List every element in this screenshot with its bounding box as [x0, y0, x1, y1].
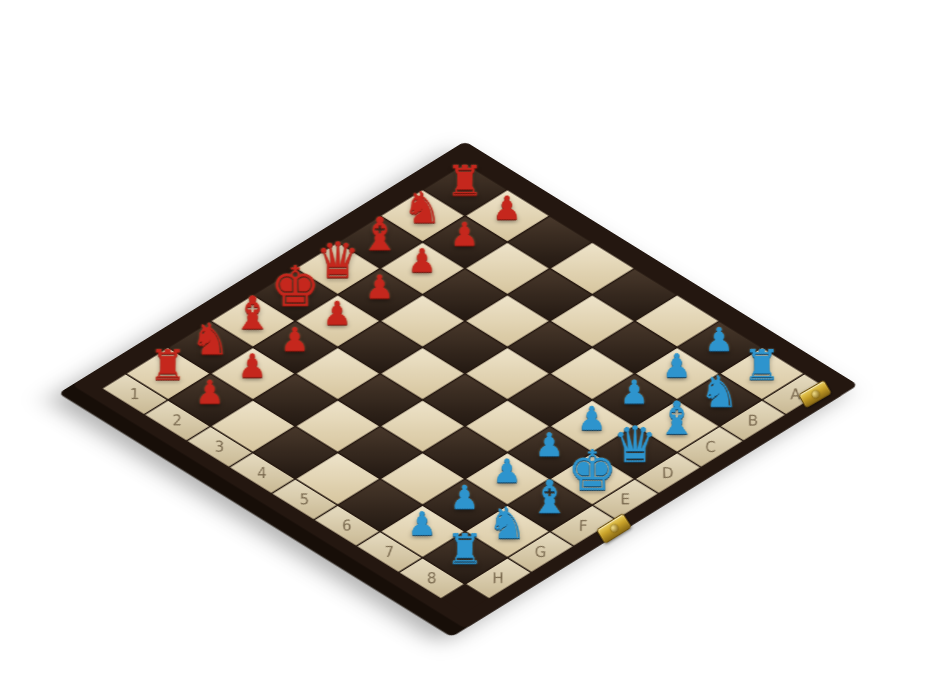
file-label: F	[579, 517, 588, 535]
rank-label: 3	[215, 438, 225, 456]
rank-label: 1	[130, 385, 140, 403]
piece-red-pawn[interactable]: ♟	[238, 349, 268, 382]
piece-red-knight[interactable]: ♞	[403, 186, 442, 230]
piece-blue-rook[interactable]: ♜	[743, 345, 781, 387]
piece-blue-pawn[interactable]: ♟	[662, 349, 692, 382]
piece-blue-pawn[interactable]: ♟	[705, 323, 735, 356]
product-photo-stage: ♜♟♟♜A♞♟♟♞B♝♟♟♝C♛♟♟♛D♚♟♟♚E♝♟♟♝F♞♟♟♞G♜♟♟♜H…	[0, 0, 930, 698]
piece-red-knight[interactable]: ♞	[191, 317, 230, 361]
rank-label: 2	[172, 412, 182, 430]
piece-blue-pawn[interactable]: ♟	[577, 402, 607, 435]
rank-label: 4	[257, 464, 267, 482]
piece-blue-knight[interactable]: ♞	[488, 501, 527, 545]
piece-blue-rook[interactable]: ♜	[446, 529, 484, 571]
file-label: E	[621, 490, 630, 508]
piece-red-bishop[interactable]: ♝	[232, 290, 273, 336]
piece-red-pawn[interactable]: ♟	[493, 191, 523, 224]
rank-label: 7	[385, 543, 395, 561]
piece-blue-pawn[interactable]: ♟	[535, 428, 565, 461]
piece-red-queen[interactable]: ♛	[315, 235, 360, 285]
chess-board: ♜♟♟♜A♞♟♟♞B♝♟♟♝C♛♟♟♛D♚♟♟♚E♝♟♟♝F♞♟♟♞G♜♟♟♜H…	[72, 141, 858, 629]
piece-blue-pawn[interactable]: ♟	[408, 507, 438, 540]
piece-blue-pawn[interactable]: ♟	[450, 481, 480, 514]
file-label: D	[662, 464, 674, 482]
piece-blue-bishop[interactable]: ♝	[657, 395, 698, 441]
piece-red-pawn[interactable]: ♟	[365, 270, 395, 303]
file-label: H	[493, 569, 504, 587]
rank-label: 8	[427, 569, 437, 587]
piece-red-bishop[interactable]: ♝	[360, 211, 401, 257]
piece-red-pawn[interactable]: ♟	[408, 244, 438, 277]
piece-blue-pawn[interactable]: ♟	[620, 375, 650, 408]
piece-blue-king[interactable]: ♚	[567, 443, 617, 499]
file-label: B	[748, 412, 758, 430]
piece-red-rook[interactable]: ♜	[149, 345, 187, 387]
rank-label: 6	[342, 517, 352, 535]
piece-red-pawn[interactable]: ♟	[280, 323, 310, 356]
piece-red-king[interactable]: ♚	[270, 259, 320, 315]
piece-red-pawn[interactable]: ♟	[450, 218, 480, 251]
piece-blue-bishop[interactable]: ♝	[529, 474, 570, 520]
board-perspective-wrap: ♜♟♟♜A♞♟♟♞B♝♟♟♝C♛♟♟♛D♚♟♟♚E♝♟♟♝F♞♟♟♞G♜♟♟♜H…	[72, 141, 858, 629]
piece-red-rook[interactable]: ♜	[446, 160, 484, 202]
file-label: C	[705, 438, 715, 456]
piece-blue-queen[interactable]: ♛	[612, 420, 657, 470]
file-label: G	[535, 543, 547, 561]
rank-label: 5	[300, 490, 310, 508]
piece-red-pawn[interactable]: ♟	[196, 375, 226, 408]
piece-red-pawn[interactable]: ♟	[323, 296, 353, 329]
piece-blue-knight[interactable]: ♞	[700, 370, 739, 414]
piece-blue-pawn[interactable]: ♟	[493, 454, 523, 487]
